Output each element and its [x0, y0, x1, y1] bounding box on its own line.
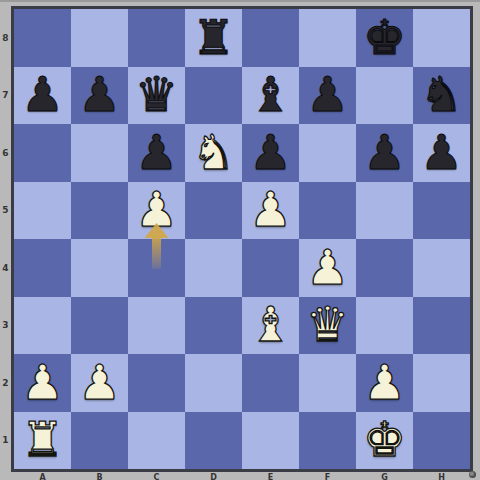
square-h1[interactable]: [413, 412, 470, 470]
black-pawn-f7[interactable]: ♟: [306, 70, 349, 118]
square-g8[interactable]: ♚: [356, 9, 413, 67]
white-queen-f3[interactable]: ♛: [306, 300, 349, 348]
square-c5[interactable]: ♟: [128, 182, 185, 240]
square-a7[interactable]: ♟: [14, 67, 71, 125]
square-g4[interactable]: [356, 239, 413, 297]
rank-label-6: 6: [0, 124, 11, 182]
chess-app-window: ♜♚♟♟♛♝♟♞♟♞♟♟♟♟♟♟♝♛♟♟♟♜♚ 87654321 ABCDEFG…: [0, 0, 480, 480]
square-a1[interactable]: ♜: [14, 412, 71, 470]
rank-label-2: 2: [0, 354, 11, 412]
square-h8[interactable]: [413, 9, 470, 67]
black-pawn-e6[interactable]: ♟: [249, 128, 292, 176]
square-g5[interactable]: [356, 182, 413, 240]
square-c8[interactable]: [128, 9, 185, 67]
white-pawn-f4[interactable]: ♟: [306, 243, 349, 291]
black-king-g8[interactable]: ♚: [363, 13, 406, 61]
square-d5[interactable]: [185, 182, 242, 240]
black-knight-h7[interactable]: ♞: [420, 70, 463, 118]
square-c6[interactable]: ♟: [128, 124, 185, 182]
file-label-e: E: [242, 472, 299, 480]
square-a6[interactable]: [14, 124, 71, 182]
square-g3[interactable]: [356, 297, 413, 355]
square-h5[interactable]: [413, 182, 470, 240]
square-b7[interactable]: ♟: [71, 67, 128, 125]
square-f6[interactable]: [299, 124, 356, 182]
file-label-c: C: [128, 472, 185, 480]
rank-label-5: 5: [0, 182, 11, 240]
square-c4[interactable]: [128, 239, 185, 297]
black-pawn-a7[interactable]: ♟: [21, 70, 64, 118]
square-b2[interactable]: ♟: [71, 354, 128, 412]
square-d8[interactable]: ♜: [185, 9, 242, 67]
square-a3[interactable]: [14, 297, 71, 355]
square-f8[interactable]: [299, 9, 356, 67]
black-queen-c7[interactable]: ♛: [135, 70, 178, 118]
black-pawn-c6[interactable]: ♟: [135, 128, 178, 176]
square-h7[interactable]: ♞: [413, 67, 470, 125]
rank-labels: 87654321: [0, 9, 11, 469]
square-f2[interactable]: [299, 354, 356, 412]
white-pawn-e5[interactable]: ♟: [249, 185, 292, 233]
square-e6[interactable]: ♟: [242, 124, 299, 182]
black-pawn-g6[interactable]: ♟: [363, 128, 406, 176]
square-b1[interactable]: [71, 412, 128, 470]
square-e2[interactable]: [242, 354, 299, 412]
file-label-h: H: [413, 472, 470, 480]
rank-label-4: 4: [0, 239, 11, 297]
square-f5[interactable]: [299, 182, 356, 240]
square-a8[interactable]: [14, 9, 71, 67]
square-c1[interactable]: [128, 412, 185, 470]
square-c7[interactable]: ♛: [128, 67, 185, 125]
file-label-d: D: [185, 472, 242, 480]
white-bishop-e3[interactable]: ♝: [249, 300, 292, 348]
square-g1[interactable]: ♚: [356, 412, 413, 470]
file-label-g: G: [356, 472, 413, 480]
square-e1[interactable]: [242, 412, 299, 470]
square-f7[interactable]: ♟: [299, 67, 356, 125]
square-e4[interactable]: [242, 239, 299, 297]
square-h6[interactable]: ♟: [413, 124, 470, 182]
white-king-g1[interactable]: ♚: [363, 415, 406, 463]
black-rook-d8[interactable]: ♜: [192, 13, 235, 61]
square-h4[interactable]: [413, 239, 470, 297]
square-c3[interactable]: [128, 297, 185, 355]
rank-label-7: 7: [0, 67, 11, 125]
white-pawn-c5[interactable]: ♟: [135, 185, 178, 233]
square-c2[interactable]: [128, 354, 185, 412]
square-e8[interactable]: [242, 9, 299, 67]
square-f3[interactable]: ♛: [299, 297, 356, 355]
square-g6[interactable]: ♟: [356, 124, 413, 182]
square-b8[interactable]: [71, 9, 128, 67]
file-labels: ABCDEFGH: [14, 472, 470, 480]
square-b5[interactable]: [71, 182, 128, 240]
square-d1[interactable]: [185, 412, 242, 470]
white-rook-a1[interactable]: ♜: [21, 415, 64, 463]
square-d3[interactable]: [185, 297, 242, 355]
white-knight-d6[interactable]: ♞: [192, 128, 235, 176]
square-f4[interactable]: ♟: [299, 239, 356, 297]
black-pawn-h6[interactable]: ♟: [420, 128, 463, 176]
square-e5[interactable]: ♟: [242, 182, 299, 240]
white-pawn-a2[interactable]: ♟: [21, 358, 64, 406]
square-a2[interactable]: ♟: [14, 354, 71, 412]
square-a4[interactable]: [14, 239, 71, 297]
square-d7[interactable]: [185, 67, 242, 125]
square-e3[interactable]: ♝: [242, 297, 299, 355]
square-g7[interactable]: [356, 67, 413, 125]
square-b6[interactable]: [71, 124, 128, 182]
black-bishop-e7[interactable]: ♝: [249, 70, 292, 118]
square-d4[interactable]: [185, 239, 242, 297]
white-pawn-b2[interactable]: ♟: [78, 358, 121, 406]
white-pawn-g2[interactable]: ♟: [363, 358, 406, 406]
square-g2[interactable]: ♟: [356, 354, 413, 412]
square-d6[interactable]: ♞: [185, 124, 242, 182]
square-a5[interactable]: [14, 182, 71, 240]
file-label-f: F: [299, 472, 356, 480]
square-h3[interactable]: [413, 297, 470, 355]
file-label-a: A: [14, 472, 71, 480]
rank-label-1: 1: [0, 412, 11, 470]
square-h2[interactable]: [413, 354, 470, 412]
corner-status-dot-icon: [469, 471, 476, 478]
square-f1[interactable]: [299, 412, 356, 470]
rank-label-3: 3: [0, 297, 11, 355]
square-b3[interactable]: [71, 297, 128, 355]
square-e7[interactable]: ♝: [242, 67, 299, 125]
square-d2[interactable]: [185, 354, 242, 412]
black-pawn-b7[interactable]: ♟: [78, 70, 121, 118]
chess-board: ♜♚♟♟♛♝♟♞♟♞♟♟♟♟♟♟♝♛♟♟♟♜♚: [11, 6, 473, 472]
square-b4[interactable]: [71, 239, 128, 297]
rank-label-8: 8: [0, 9, 11, 67]
file-label-b: B: [71, 472, 128, 480]
